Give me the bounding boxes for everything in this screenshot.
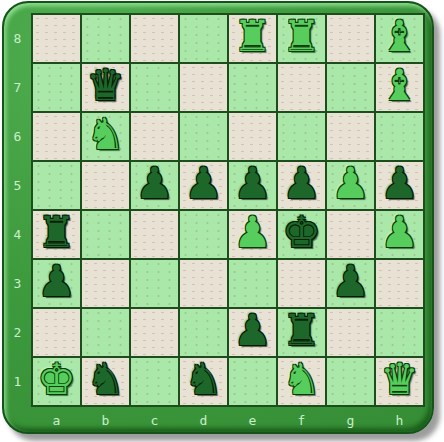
square-a7[interactable]: [33, 64, 80, 111]
square-a2[interactable]: [33, 309, 80, 356]
rank-label-8: 8: [4, 15, 31, 62]
piece-white-R-e8[interactable]: ♜: [233, 15, 272, 58]
piece-white-B-h8[interactable]: ♝: [380, 15, 419, 58]
square-c1[interactable]: [131, 358, 178, 405]
square-g7[interactable]: [327, 64, 374, 111]
square-c8[interactable]: [131, 15, 178, 62]
square-d5[interactable]: ♟: [180, 162, 227, 209]
square-f3[interactable]: [278, 260, 325, 307]
square-d1[interactable]: ♞: [180, 358, 227, 405]
square-e5[interactable]: ♟: [229, 162, 276, 209]
piece-black-R-f2[interactable]: ♜: [282, 309, 321, 352]
piece-black-Q-b7[interactable]: ♛: [86, 64, 125, 107]
piece-white-N-f1[interactable]: ♞: [282, 358, 321, 401]
square-d7[interactable]: [180, 64, 227, 111]
square-g8[interactable]: [327, 15, 374, 62]
square-g4[interactable]: [327, 211, 374, 258]
square-f1[interactable]: ♞: [278, 358, 325, 405]
square-b3[interactable]: [82, 260, 129, 307]
square-h4[interactable]: ♟: [376, 211, 423, 258]
square-b1[interactable]: ♞: [82, 358, 129, 405]
piece-white-R-f8[interactable]: ♜: [282, 15, 321, 58]
file-label-h: h: [376, 407, 423, 433]
piece-white-N-b6[interactable]: ♞: [86, 113, 125, 156]
piece-black-P-e2[interactable]: ♟: [233, 309, 272, 352]
rank-label-7: 7: [4, 64, 31, 111]
square-h8[interactable]: ♝: [376, 15, 423, 62]
square-c2[interactable]: [131, 309, 178, 356]
piece-black-P-c5[interactable]: ♟: [135, 162, 174, 205]
file-label-f: f: [278, 407, 325, 433]
square-f4[interactable]: ♚: [278, 211, 325, 258]
square-h6[interactable]: [376, 113, 423, 160]
square-c6[interactable]: [131, 113, 178, 160]
square-f6[interactable]: [278, 113, 325, 160]
square-d3[interactable]: [180, 260, 227, 307]
piece-black-N-d1[interactable]: ♞: [184, 358, 223, 401]
square-a6[interactable]: [33, 113, 80, 160]
piece-white-P-g5[interactable]: ♟: [331, 162, 370, 205]
square-h2[interactable]: [376, 309, 423, 356]
file-label-b: b: [82, 407, 129, 433]
rank-label-2: 2: [4, 309, 31, 356]
square-e7[interactable]: [229, 64, 276, 111]
square-e2[interactable]: ♟: [229, 309, 276, 356]
square-h1[interactable]: ♛: [376, 358, 423, 405]
piece-black-P-d5[interactable]: ♟: [184, 162, 223, 205]
file-label-e: e: [229, 407, 276, 433]
square-b2[interactable]: [82, 309, 129, 356]
piece-black-P-g3[interactable]: ♟: [331, 260, 370, 303]
square-d8[interactable]: [180, 15, 227, 62]
square-f5[interactable]: ♟: [278, 162, 325, 209]
piece-black-P-e5[interactable]: ♟: [233, 162, 272, 205]
square-b7[interactable]: ♛: [82, 64, 129, 111]
square-a4[interactable]: ♜: [33, 211, 80, 258]
square-b8[interactable]: [82, 15, 129, 62]
square-b5[interactable]: [82, 162, 129, 209]
file-labels: abcdefgh: [33, 407, 423, 433]
piece-white-K-a1[interactable]: ♚: [37, 358, 76, 401]
square-e8[interactable]: ♜: [229, 15, 276, 62]
square-c3[interactable]: [131, 260, 178, 307]
piece-white-B-h7[interactable]: ♝: [380, 64, 419, 107]
square-g5[interactable]: ♟: [327, 162, 374, 209]
rank-label-6: 6: [4, 113, 31, 160]
chess-app-window: 87654321 ♜♜♝♛♝♞♟♟♟♟♟♟♜♟♚♟♟♟♟♜♚♞♞♞♛ abcde…: [0, 0, 444, 442]
piece-black-P-f5[interactable]: ♟: [282, 162, 321, 205]
square-g2[interactable]: [327, 309, 374, 356]
square-a8[interactable]: [33, 15, 80, 62]
square-h7[interactable]: ♝: [376, 64, 423, 111]
rank-labels: 87654321: [4, 15, 31, 405]
square-e6[interactable]: [229, 113, 276, 160]
square-h5[interactable]: ♟: [376, 162, 423, 209]
square-c7[interactable]: [131, 64, 178, 111]
square-h3[interactable]: [376, 260, 423, 307]
square-b6[interactable]: ♞: [82, 113, 129, 160]
piece-white-P-e4[interactable]: ♟: [233, 211, 272, 254]
square-d2[interactable]: [180, 309, 227, 356]
square-a1[interactable]: ♚: [33, 358, 80, 405]
piece-black-P-a3[interactable]: ♟: [37, 260, 76, 303]
square-d4[interactable]: [180, 211, 227, 258]
chess-board[interactable]: ♜♜♝♛♝♞♟♟♟♟♟♟♜♟♚♟♟♟♟♜♚♞♞♞♛: [31, 13, 425, 407]
piece-black-P-h5[interactable]: ♟: [380, 162, 419, 205]
square-f2[interactable]: ♜: [278, 309, 325, 356]
square-g3[interactable]: ♟: [327, 260, 374, 307]
rank-label-4: 4: [4, 211, 31, 258]
board-frame: 87654321 ♜♜♝♛♝♞♟♟♟♟♟♟♜♟♚♟♟♟♟♜♚♞♞♞♛ abcde…: [2, 1, 434, 434]
rank-label-1: 1: [4, 358, 31, 405]
square-c4[interactable]: [131, 211, 178, 258]
square-a3[interactable]: ♟: [33, 260, 80, 307]
piece-black-R-a4[interactable]: ♜: [37, 211, 76, 254]
square-b4[interactable]: [82, 211, 129, 258]
file-label-c: c: [131, 407, 178, 433]
square-f7[interactable]: [278, 64, 325, 111]
square-g1[interactable]: [327, 358, 374, 405]
square-e1[interactable]: [229, 358, 276, 405]
square-c5[interactable]: ♟: [131, 162, 178, 209]
piece-white-Q-h1[interactable]: ♛: [380, 358, 419, 401]
piece-white-P-h4[interactable]: ♟: [380, 211, 419, 254]
file-label-g: g: [327, 407, 374, 433]
square-e4[interactable]: ♟: [229, 211, 276, 258]
square-e3[interactable]: [229, 260, 276, 307]
file-label-d: d: [180, 407, 227, 433]
square-g6[interactable]: [327, 113, 374, 160]
square-a5[interactable]: [33, 162, 80, 209]
square-f8[interactable]: ♜: [278, 15, 325, 62]
piece-black-K-f4[interactable]: ♚: [282, 211, 321, 254]
file-label-a: a: [33, 407, 80, 433]
rank-label-3: 3: [4, 260, 31, 307]
rank-label-5: 5: [4, 162, 31, 209]
square-d6[interactable]: [180, 113, 227, 160]
piece-black-N-b1[interactable]: ♞: [86, 358, 125, 401]
